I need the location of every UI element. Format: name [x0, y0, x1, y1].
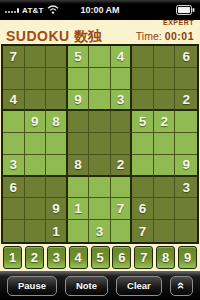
cell-r5c7[interactable] — [132, 133, 154, 155]
timer-value: 00:01 — [165, 30, 194, 42]
numpad-button-2[interactable]: 2 — [25, 246, 44, 269]
cell-r1c6[interactable]: 4 — [111, 46, 133, 68]
cell-r1c5[interactable] — [89, 46, 111, 68]
cell-r9c4[interactable] — [68, 220, 90, 242]
numpad-button-9[interactable]: 9 — [178, 246, 197, 269]
wifi-icon — [47, 5, 59, 16]
cell-r7c4[interactable] — [68, 177, 90, 199]
cell-r4c7[interactable]: 5 — [132, 111, 154, 133]
number-pad: 123456789 — [0, 244, 200, 271]
cell-r3c7[interactable] — [132, 90, 154, 112]
numpad-button-7[interactable]: 7 — [134, 246, 153, 269]
cell-r2c1[interactable] — [3, 68, 25, 90]
cell-r1c9[interactable]: 6 — [175, 46, 197, 68]
cell-r9c1[interactable] — [3, 220, 25, 242]
cell-r9c9[interactable] — [175, 220, 197, 242]
header: SUDOKU 数独 EXPERT Time: 00:01 — [0, 20, 200, 44]
cell-r7c8[interactable] — [154, 177, 176, 199]
cell-r1c4[interactable]: 5 — [68, 46, 90, 68]
cell-r5c6[interactable] — [111, 133, 133, 155]
cell-r7c1[interactable]: 6 — [3, 177, 25, 199]
cell-r2c5[interactable] — [89, 68, 111, 90]
cell-r9c3[interactable]: 1 — [46, 220, 68, 242]
status-bar: AT&T 10:00 AM — [0, 0, 200, 20]
cell-r5c4[interactable] — [68, 133, 90, 155]
cell-r7c3[interactable] — [46, 177, 68, 199]
app-title: SUDOKU 数独 — [6, 29, 102, 43]
cell-r2c8[interactable] — [154, 68, 176, 90]
battery-icon — [176, 5, 195, 15]
collapse-keypad-button[interactable]: « — [170, 276, 193, 296]
cell-r6c2[interactable] — [25, 155, 47, 177]
cell-r6c9[interactable]: 9 — [175, 155, 197, 177]
cell-r9c5[interactable]: 3 — [89, 220, 111, 242]
cell-r3c4[interactable]: 9 — [68, 90, 90, 112]
numpad-button-5[interactable]: 5 — [91, 246, 110, 269]
cell-r5c5[interactable] — [89, 133, 111, 155]
cell-r3c9[interactable]: 2 — [175, 90, 197, 112]
cell-r1c7[interactable] — [132, 46, 154, 68]
cell-r6c5[interactable] — [89, 155, 111, 177]
cell-r3c1[interactable]: 4 — [3, 90, 25, 112]
cell-r8c7[interactable]: 6 — [132, 198, 154, 220]
cell-r1c8[interactable] — [154, 46, 176, 68]
cell-r3c3[interactable] — [46, 90, 68, 112]
toolbar: Pause Note Clear « — [0, 271, 200, 300]
cell-r9c2[interactable] — [25, 220, 47, 242]
cell-r8c6[interactable]: 7 — [111, 198, 133, 220]
cell-r6c8[interactable] — [154, 155, 176, 177]
app-title-text: SUDOKU — [6, 28, 70, 44]
chevron-double-up-icon: « — [175, 282, 188, 289]
numpad-button-3[interactable]: 3 — [47, 246, 66, 269]
cell-r8c9[interactable] — [175, 198, 197, 220]
clear-button[interactable]: Clear — [116, 276, 162, 296]
cell-r8c2[interactable] — [25, 198, 47, 220]
app-title-cjk: 数独 — [74, 28, 102, 44]
cell-r1c2[interactable] — [25, 46, 47, 68]
cell-r8c1[interactable] — [3, 198, 25, 220]
pause-button[interactable]: Pause — [7, 276, 57, 296]
cell-r2c3[interactable] — [46, 68, 68, 90]
cell-r2c9[interactable] — [175, 68, 197, 90]
numpad-button-1[interactable]: 1 — [3, 246, 22, 269]
timer-label: Time: — [136, 30, 162, 42]
cell-r3c5[interactable] — [89, 90, 111, 112]
cell-r4c2[interactable]: 9 — [25, 111, 47, 133]
cell-r3c8[interactable] — [154, 90, 176, 112]
cell-r5c2[interactable] — [25, 133, 47, 155]
sudoku-board: 7546493298523829639176137 — [1, 44, 199, 244]
cell-r2c6[interactable] — [111, 68, 133, 90]
cell-r7c2[interactable] — [25, 177, 47, 199]
cell-r8c5[interactable] — [89, 198, 111, 220]
cell-r4c6[interactable] — [111, 111, 133, 133]
numpad-button-4[interactable]: 4 — [69, 246, 88, 269]
cell-r9c7[interactable]: 7 — [132, 220, 154, 242]
cell-r4c5[interactable] — [89, 111, 111, 133]
cell-r7c5[interactable] — [89, 177, 111, 199]
cell-r5c8[interactable] — [154, 133, 176, 155]
cell-r4c8[interactable]: 2 — [154, 111, 176, 133]
cell-r8c3[interactable]: 9 — [46, 198, 68, 220]
cell-r9c8[interactable] — [154, 220, 176, 242]
cell-r1c1[interactable]: 7 — [3, 46, 25, 68]
difficulty-badge: EXPERT — [136, 19, 194, 26]
cell-r7c7[interactable] — [132, 177, 154, 199]
cell-r3c2[interactable] — [25, 90, 47, 112]
cell-r5c3[interactable] — [46, 133, 68, 155]
status-left: AT&T — [5, 5, 59, 16]
cell-r8c4[interactable]: 1 — [68, 198, 90, 220]
timer: Time: 00:01 — [136, 30, 194, 42]
cell-r4c3[interactable]: 8 — [46, 111, 68, 133]
cell-r4c1[interactable] — [3, 111, 25, 133]
cell-r5c1[interactable] — [3, 133, 25, 155]
note-button[interactable]: Note — [65, 276, 108, 296]
cell-r8c8[interactable] — [154, 198, 176, 220]
cell-r6c1[interactable]: 3 — [3, 155, 25, 177]
cell-r7c6[interactable] — [111, 177, 133, 199]
cell-r6c4[interactable]: 8 — [68, 155, 90, 177]
numpad-button-8[interactable]: 8 — [156, 246, 175, 269]
cell-r4c9[interactable] — [175, 111, 197, 133]
cell-r5c9[interactable] — [175, 133, 197, 155]
cell-r6c6[interactable]: 2 — [111, 155, 133, 177]
carrier-label: AT&T — [22, 6, 44, 15]
cell-r7c9[interactable]: 3 — [175, 177, 197, 199]
cell-r6c3[interactable] — [46, 155, 68, 177]
cell-r4c4[interactable] — [68, 111, 90, 133]
numpad-button-6[interactable]: 6 — [112, 246, 131, 269]
cell-r3c6[interactable]: 3 — [111, 90, 133, 112]
cell-r2c7[interactable] — [132, 68, 154, 90]
cell-r2c4[interactable] — [68, 68, 90, 90]
cell-r9c6[interactable] — [111, 220, 133, 242]
header-right: EXPERT Time: 00:01 — [136, 19, 194, 43]
cell-r1c3[interactable] — [46, 46, 68, 68]
cell-r2c2[interactable] — [25, 68, 47, 90]
signal-strength-icon — [5, 8, 19, 13]
cell-r6c7[interactable] — [132, 155, 154, 177]
